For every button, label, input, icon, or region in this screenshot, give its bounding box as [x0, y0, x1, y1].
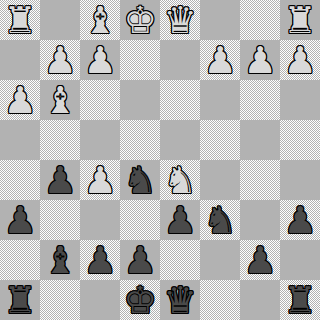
square-c4[interactable]: [200, 120, 240, 160]
square-f2[interactable]: ♟: [80, 40, 120, 80]
square-h6[interactable]: ♟: [0, 200, 40, 240]
black-pawn-piece[interactable]: ♟: [40, 160, 80, 200]
white-queen-piece[interactable]: ♛: [160, 0, 200, 40]
square-c3[interactable]: [200, 80, 240, 120]
white-pawn-piece[interactable]: ♟: [280, 40, 320, 80]
square-c7[interactable]: [200, 240, 240, 280]
square-f5[interactable]: ♟: [80, 160, 120, 200]
chess-app-window: ♜♝♚♛♜♟♟♟♟♟♟♝♟♟♞♞♟♟♞♟♝♟♟♟♜♚♛♜: [0, 0, 320, 320]
white-pawn-piece[interactable]: ♟: [40, 40, 80, 80]
square-b8[interactable]: [240, 280, 280, 320]
black-king-piece[interactable]: ♚: [120, 280, 160, 320]
square-a7[interactable]: [280, 240, 320, 280]
square-d6[interactable]: ♟: [160, 200, 200, 240]
square-e5[interactable]: ♞: [120, 160, 160, 200]
square-c6[interactable]: ♞: [200, 200, 240, 240]
white-pawn-piece[interactable]: ♟: [240, 40, 280, 80]
square-b6[interactable]: [240, 200, 280, 240]
square-e6[interactable]: [120, 200, 160, 240]
square-d2[interactable]: [160, 40, 200, 80]
chess-board: ♜♝♚♛♜♟♟♟♟♟♟♝♟♟♞♞♟♟♞♟♝♟♟♟♜♚♛♜: [0, 0, 320, 320]
square-b4[interactable]: [240, 120, 280, 160]
black-pawn-piece[interactable]: ♟: [120, 240, 160, 280]
square-b1[interactable]: [240, 0, 280, 40]
square-g5[interactable]: ♟: [40, 160, 80, 200]
square-d5[interactable]: ♞: [160, 160, 200, 200]
square-a4[interactable]: [280, 120, 320, 160]
square-f7[interactable]: ♟: [80, 240, 120, 280]
square-a3[interactable]: [280, 80, 320, 120]
square-h2[interactable]: [0, 40, 40, 80]
square-a6[interactable]: ♟: [280, 200, 320, 240]
black-pawn-piece[interactable]: ♟: [80, 240, 120, 280]
white-pawn-piece[interactable]: ♟: [200, 40, 240, 80]
square-h4[interactable]: [0, 120, 40, 160]
square-d4[interactable]: [160, 120, 200, 160]
square-h3[interactable]: ♟: [0, 80, 40, 120]
black-queen-piece[interactable]: ♛: [160, 280, 200, 320]
black-knight-piece[interactable]: ♞: [200, 200, 240, 240]
white-bishop-piece[interactable]: ♝: [80, 0, 120, 40]
square-e8[interactable]: ♚: [120, 280, 160, 320]
square-a1[interactable]: ♜: [280, 0, 320, 40]
square-f4[interactable]: [80, 120, 120, 160]
square-h8[interactable]: ♜: [0, 280, 40, 320]
square-c8[interactable]: [200, 280, 240, 320]
square-d1[interactable]: ♛: [160, 0, 200, 40]
square-g3[interactable]: ♝: [40, 80, 80, 120]
square-e2[interactable]: [120, 40, 160, 80]
white-bishop-piece[interactable]: ♝: [40, 80, 80, 120]
square-b7[interactable]: ♟: [240, 240, 280, 280]
white-pawn-piece[interactable]: ♟: [0, 80, 40, 120]
square-a8[interactable]: ♜: [280, 280, 320, 320]
square-d8[interactable]: ♛: [160, 280, 200, 320]
square-g6[interactable]: [40, 200, 80, 240]
square-e3[interactable]: [120, 80, 160, 120]
square-e4[interactable]: [120, 120, 160, 160]
square-g2[interactable]: ♟: [40, 40, 80, 80]
white-pawn-piece[interactable]: ♟: [80, 160, 120, 200]
square-e1[interactable]: ♚: [120, 0, 160, 40]
square-c5[interactable]: [200, 160, 240, 200]
square-g1[interactable]: [40, 0, 80, 40]
square-h7[interactable]: [0, 240, 40, 280]
square-g8[interactable]: [40, 280, 80, 320]
square-d3[interactable]: [160, 80, 200, 120]
black-pawn-piece[interactable]: ♟: [160, 200, 200, 240]
square-b5[interactable]: [240, 160, 280, 200]
square-f1[interactable]: ♝: [80, 0, 120, 40]
square-a2[interactable]: ♟: [280, 40, 320, 80]
black-pawn-piece[interactable]: ♟: [280, 200, 320, 240]
white-rook-piece[interactable]: ♜: [0, 0, 40, 40]
white-king-piece[interactable]: ♚: [120, 0, 160, 40]
white-knight-piece[interactable]: ♞: [160, 160, 200, 200]
square-c1[interactable]: [200, 0, 240, 40]
square-e7[interactable]: ♟: [120, 240, 160, 280]
square-h5[interactable]: [0, 160, 40, 200]
square-g4[interactable]: [40, 120, 80, 160]
square-f6[interactable]: [80, 200, 120, 240]
square-b3[interactable]: [240, 80, 280, 120]
square-f8[interactable]: [80, 280, 120, 320]
white-pawn-piece[interactable]: ♟: [80, 40, 120, 80]
black-pawn-piece[interactable]: ♟: [0, 200, 40, 240]
square-c2[interactable]: ♟: [200, 40, 240, 80]
black-knight-piece[interactable]: ♞: [120, 160, 160, 200]
white-rook-piece[interactable]: ♜: [280, 0, 320, 40]
square-h1[interactable]: ♜: [0, 0, 40, 40]
black-bishop-piece[interactable]: ♝: [40, 240, 80, 280]
black-rook-piece[interactable]: ♜: [280, 280, 320, 320]
square-a5[interactable]: [280, 160, 320, 200]
square-d7[interactable]: [160, 240, 200, 280]
square-f3[interactable]: [80, 80, 120, 120]
square-g7[interactable]: ♝: [40, 240, 80, 280]
black-pawn-piece[interactable]: ♟: [240, 240, 280, 280]
square-b2[interactable]: ♟: [240, 40, 280, 80]
black-rook-piece[interactable]: ♜: [0, 280, 40, 320]
